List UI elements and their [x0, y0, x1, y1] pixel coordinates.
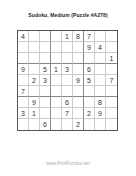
- cell-r8c2: 1: [29, 108, 40, 119]
- cell-r8c3: [40, 108, 51, 119]
- cell-r3c2: [29, 53, 40, 64]
- cell-r1c5: 1: [62, 31, 73, 42]
- cell-r6c4: [51, 86, 62, 97]
- cell-r2c3: [40, 42, 51, 53]
- cell-r5c9: 7: [106, 75, 117, 86]
- cell-r3c8: [95, 53, 106, 64]
- cell-r1c8: [95, 31, 106, 42]
- cell-r3c7: [84, 53, 95, 64]
- cell-r6c7: [84, 86, 95, 97]
- cell-r4c1: 9: [18, 64, 29, 75]
- cell-r6c8: [95, 86, 106, 97]
- cell-r2c7: 9: [84, 42, 95, 53]
- cell-r5c8: [95, 75, 106, 86]
- cell-r9c6: 2: [73, 119, 84, 130]
- cell-r9c7: [84, 119, 95, 130]
- cell-r9c1: [18, 119, 29, 130]
- cell-r1c1: 4: [18, 31, 29, 42]
- cell-r5c1: [18, 75, 29, 86]
- cell-r1c2: [29, 31, 40, 42]
- cell-r9c4: [51, 119, 62, 130]
- cell-r7c9: [106, 97, 117, 108]
- cell-r8c9: [106, 108, 117, 119]
- cell-r4c6: [73, 64, 84, 75]
- cell-r7c3: [40, 97, 51, 108]
- cell-r9c5: [62, 119, 73, 130]
- sudoku-grid: 4187941951362395779683172962: [17, 30, 118, 131]
- cell-r3c6: [73, 53, 84, 64]
- cell-r6c3: [40, 86, 51, 97]
- cell-r8c6: [73, 108, 84, 119]
- cell-r4c4: 1: [51, 64, 62, 75]
- cell-r5c4: [51, 75, 62, 86]
- cell-r6c5: [62, 86, 73, 97]
- cell-r9c9: [106, 119, 117, 130]
- cell-r9c2: [29, 119, 40, 130]
- cell-r5c3: 3: [40, 75, 51, 86]
- cell-r2c5: [62, 42, 73, 53]
- cell-r6c2: [29, 86, 40, 97]
- cell-r7c8: 8: [95, 97, 106, 108]
- footer-credit: www.PrintPuzzles.net: [0, 161, 136, 166]
- cell-r3c3: [40, 53, 51, 64]
- cell-r8c8: 9: [95, 108, 106, 119]
- cell-r2c8: 4: [95, 42, 106, 53]
- cell-r4c3: 5: [40, 64, 51, 75]
- cell-r2c2: [29, 42, 40, 53]
- cell-r1c3: [40, 31, 51, 42]
- cell-r7c1: [18, 97, 29, 108]
- cell-r8c7: 2: [84, 108, 95, 119]
- cell-r1c7: 7: [84, 31, 95, 42]
- cell-r7c5: 6: [62, 97, 73, 108]
- cell-r2c4: [51, 42, 62, 53]
- cell-r4c7: 6: [84, 64, 95, 75]
- cell-r7c2: 9: [29, 97, 40, 108]
- cell-r6c9: [106, 86, 117, 97]
- cell-r1c4: [51, 31, 62, 42]
- cell-r4c9: [106, 64, 117, 75]
- cell-r3c1: [18, 53, 29, 64]
- cell-r8c1: 3: [18, 108, 29, 119]
- cell-r7c4: [51, 97, 62, 108]
- cell-r4c8: [95, 64, 106, 75]
- page: Sudoku, Medium (Puzzle #A278) 4187941951…: [0, 0, 136, 176]
- cell-r8c5: 7: [62, 108, 73, 119]
- page-title: Sudoku, Medium (Puzzle #A278): [0, 12, 136, 18]
- cell-r9c3: 6: [40, 119, 51, 130]
- cell-r4c2: [29, 64, 40, 75]
- cell-r4c5: 3: [62, 64, 73, 75]
- cell-r5c7: 5: [84, 75, 95, 86]
- cell-r2c6: [73, 42, 84, 53]
- cell-r7c7: [84, 97, 95, 108]
- cell-r5c6: 9: [73, 75, 84, 86]
- cell-r1c9: [106, 31, 117, 42]
- cell-r5c2: 2: [29, 75, 40, 86]
- cell-r6c6: [73, 86, 84, 97]
- cell-r1c6: 8: [73, 31, 84, 42]
- cell-r9c8: [95, 119, 106, 130]
- cell-r3c4: [51, 53, 62, 64]
- cell-r5c5: [62, 75, 73, 86]
- cell-r2c1: [18, 42, 29, 53]
- cell-r7c6: [73, 97, 84, 108]
- cell-r3c5: [62, 53, 73, 64]
- cell-r8c4: [51, 108, 62, 119]
- cell-r6c1: 7: [18, 86, 29, 97]
- cell-r3c9: 1: [106, 53, 117, 64]
- cell-r2c9: [106, 42, 117, 53]
